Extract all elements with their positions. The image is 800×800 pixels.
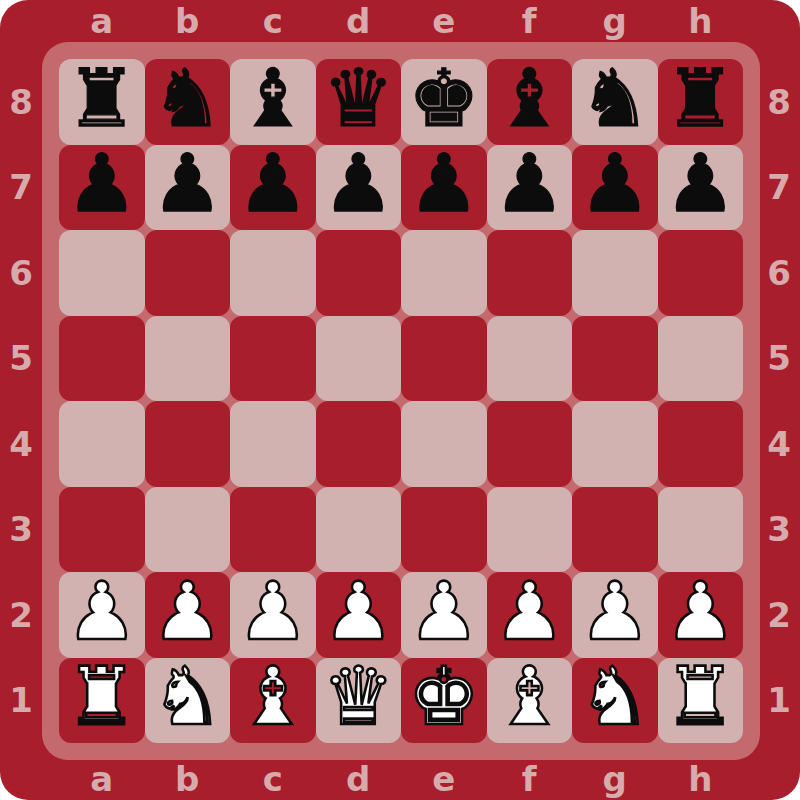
- piece-white-bishop[interactable]: ♝: [493, 658, 565, 738]
- file-label-c-bottom: c: [230, 758, 316, 800]
- board-frame: ♜♞♝♛♚♝♞♜♟♟♟♟♟♟♟♟♟♟♟♟♟♟♟♟♜♞♝♛♚♝♞♜: [42, 42, 760, 760]
- square-a3[interactable]: [59, 487, 145, 573]
- piece-black-pawn[interactable]: ♟: [408, 145, 480, 225]
- piece-black-king[interactable]: ♚: [408, 59, 480, 139]
- rank-label-3-right: 3: [758, 487, 800, 573]
- file-label-e-top: e: [401, 0, 487, 42]
- square-g2[interactable]: ♟: [572, 572, 658, 658]
- square-b2[interactable]: ♟: [145, 572, 231, 658]
- square-f7[interactable]: ♟: [487, 145, 573, 231]
- piece-white-king[interactable]: ♚: [408, 658, 480, 738]
- square-b1[interactable]: ♞: [145, 658, 231, 744]
- square-g1[interactable]: ♞: [572, 658, 658, 744]
- rank-label-6-right: 6: [758, 230, 800, 316]
- rank-label-5-left: 5: [0, 316, 42, 402]
- square-c5[interactable]: [230, 316, 316, 402]
- square-d2[interactable]: ♟: [316, 572, 402, 658]
- square-h5[interactable]: [658, 316, 744, 402]
- piece-black-pawn[interactable]: ♟: [237, 145, 309, 225]
- file-label-f-top: f: [487, 0, 573, 42]
- square-c4[interactable]: [230, 401, 316, 487]
- square-d7[interactable]: ♟: [316, 145, 402, 231]
- piece-black-knight[interactable]: ♞: [579, 59, 651, 139]
- piece-white-knight[interactable]: ♞: [151, 658, 223, 738]
- square-h7[interactable]: ♟: [658, 145, 744, 231]
- square-b3[interactable]: [145, 487, 231, 573]
- file-label-c-top: c: [230, 0, 316, 42]
- piece-white-pawn[interactable]: ♟: [151, 572, 223, 652]
- square-e8[interactable]: ♚: [401, 59, 487, 145]
- square-h1[interactable]: ♜: [658, 658, 744, 744]
- square-a2[interactable]: ♟: [59, 572, 145, 658]
- square-g7[interactable]: ♟: [572, 145, 658, 231]
- square-h2[interactable]: ♟: [658, 572, 744, 658]
- square-b6[interactable]: [145, 230, 231, 316]
- file-label-h-bottom: h: [658, 758, 744, 800]
- piece-black-pawn[interactable]: ♟: [322, 145, 394, 225]
- square-d3[interactable]: [316, 487, 402, 573]
- file-label-b-bottom: b: [145, 758, 231, 800]
- square-a1[interactable]: ♜: [59, 658, 145, 744]
- rank-label-4-left: 4: [0, 401, 42, 487]
- file-label-d-bottom: d: [316, 758, 402, 800]
- piece-white-pawn[interactable]: ♟: [66, 572, 138, 652]
- square-e4[interactable]: [401, 401, 487, 487]
- square-a5[interactable]: [59, 316, 145, 402]
- square-f3[interactable]: [487, 487, 573, 573]
- piece-black-pawn[interactable]: ♟: [66, 145, 138, 225]
- square-b7[interactable]: ♟: [145, 145, 231, 231]
- square-g8[interactable]: ♞: [572, 59, 658, 145]
- file-label-d-top: d: [316, 0, 402, 42]
- square-f5[interactable]: [487, 316, 573, 402]
- square-b8[interactable]: ♞: [145, 59, 231, 145]
- rank-label-2-right: 2: [758, 572, 800, 658]
- piece-white-rook[interactable]: ♜: [66, 658, 138, 738]
- piece-white-pawn[interactable]: ♟: [237, 572, 309, 652]
- piece-white-rook[interactable]: ♜: [664, 658, 736, 738]
- chess-board: ♜♞♝♛♚♝♞♜♟♟♟♟♟♟♟♟♟♟♟♟♟♟♟♟♜♞♝♛♚♝♞♜: [59, 59, 743, 743]
- rank-label-7-left: 7: [0, 145, 42, 231]
- square-h3[interactable]: [658, 487, 744, 573]
- piece-black-bishop[interactable]: ♝: [237, 59, 309, 139]
- square-d8[interactable]: ♛: [316, 59, 402, 145]
- square-e5[interactable]: [401, 316, 487, 402]
- square-e3[interactable]: [401, 487, 487, 573]
- rank-label-2-left: 2: [0, 572, 42, 658]
- rank-label-3-left: 3: [0, 487, 42, 573]
- piece-white-pawn[interactable]: ♟: [664, 572, 736, 652]
- piece-black-pawn[interactable]: ♟: [579, 145, 651, 225]
- chessboard-app: abcdefgh 87654321 87654321 abcdefgh ♜♞♝♛…: [0, 0, 800, 800]
- square-c2[interactable]: ♟: [230, 572, 316, 658]
- square-c6[interactable]: [230, 230, 316, 316]
- file-labels-bottom: abcdefgh: [59, 758, 743, 800]
- rank-label-8-left: 8: [0, 59, 42, 145]
- piece-black-rook[interactable]: ♜: [66, 59, 138, 139]
- piece-white-pawn[interactable]: ♟: [322, 572, 394, 652]
- square-c1[interactable]: ♝: [230, 658, 316, 744]
- rank-label-5-right: 5: [758, 316, 800, 402]
- square-c3[interactable]: [230, 487, 316, 573]
- piece-white-pawn[interactable]: ♟: [408, 572, 480, 652]
- rank-label-8-right: 8: [758, 59, 800, 145]
- square-b5[interactable]: [145, 316, 231, 402]
- rank-label-7-right: 7: [758, 145, 800, 231]
- square-d4[interactable]: [316, 401, 402, 487]
- piece-black-knight[interactable]: ♞: [151, 59, 223, 139]
- square-f2[interactable]: ♟: [487, 572, 573, 658]
- file-label-a-bottom: a: [59, 758, 145, 800]
- square-h8[interactable]: ♜: [658, 59, 744, 145]
- file-label-b-top: b: [145, 0, 231, 42]
- piece-white-knight[interactable]: ♞: [579, 658, 651, 738]
- square-d1[interactable]: ♛: [316, 658, 402, 744]
- square-e1[interactable]: ♚: [401, 658, 487, 744]
- square-a4[interactable]: [59, 401, 145, 487]
- square-c8[interactable]: ♝: [230, 59, 316, 145]
- square-g4[interactable]: [572, 401, 658, 487]
- piece-white-bishop[interactable]: ♝: [237, 658, 309, 738]
- piece-white-pawn[interactable]: ♟: [579, 572, 651, 652]
- file-label-a-top: a: [59, 0, 145, 42]
- square-g6[interactable]: [572, 230, 658, 316]
- square-e6[interactable]: [401, 230, 487, 316]
- file-label-h-top: h: [658, 0, 744, 42]
- square-f8[interactable]: ♝: [487, 59, 573, 145]
- square-e7[interactable]: ♟: [401, 145, 487, 231]
- square-d5[interactable]: [316, 316, 402, 402]
- square-a8[interactable]: ♜: [59, 59, 145, 145]
- file-label-g-top: g: [572, 0, 658, 42]
- piece-black-pawn[interactable]: ♟: [664, 145, 736, 225]
- square-h6[interactable]: [658, 230, 744, 316]
- piece-white-queen[interactable]: ♛: [322, 658, 394, 738]
- piece-black-rook[interactable]: ♜: [664, 59, 736, 139]
- square-h4[interactable]: [658, 401, 744, 487]
- rank-label-6-left: 6: [0, 230, 42, 316]
- rank-label-1-right: 1: [758, 658, 800, 744]
- square-f1[interactable]: ♝: [487, 658, 573, 744]
- file-labels-top: abcdefgh: [59, 0, 743, 42]
- rank-labels-left: 87654321: [0, 59, 42, 743]
- square-g3[interactable]: [572, 487, 658, 573]
- square-f4[interactable]: [487, 401, 573, 487]
- rank-label-1-left: 1: [0, 658, 42, 744]
- piece-black-pawn[interactable]: ♟: [493, 145, 565, 225]
- square-g5[interactable]: [572, 316, 658, 402]
- square-e2[interactable]: ♟: [401, 572, 487, 658]
- file-label-f-bottom: f: [487, 758, 573, 800]
- square-b4[interactable]: [145, 401, 231, 487]
- piece-black-queen[interactable]: ♛: [322, 59, 394, 139]
- square-c7[interactable]: ♟: [230, 145, 316, 231]
- square-f6[interactable]: [487, 230, 573, 316]
- file-label-g-bottom: g: [572, 758, 658, 800]
- square-a7[interactable]: ♟: [59, 145, 145, 231]
- piece-white-pawn[interactable]: ♟: [493, 572, 565, 652]
- piece-black-bishop[interactable]: ♝: [493, 59, 565, 139]
- square-d6[interactable]: [316, 230, 402, 316]
- file-label-e-bottom: e: [401, 758, 487, 800]
- rank-labels-right: 87654321: [758, 59, 800, 743]
- square-a6[interactable]: [59, 230, 145, 316]
- rank-label-4-right: 4: [758, 401, 800, 487]
- piece-black-pawn[interactable]: ♟: [151, 145, 223, 225]
